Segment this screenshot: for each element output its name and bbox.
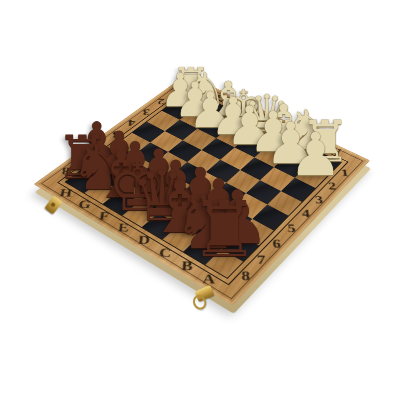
board-grid [64,89,342,279]
chess-set-photo: HHGGFFEEDDCCBBAA1122334455667788 ♜♞♝♛♚♝♞… [0,0,400,400]
chess-board: HHGGFFEEDDCCBBAA1122334455667788 [34,74,370,306]
